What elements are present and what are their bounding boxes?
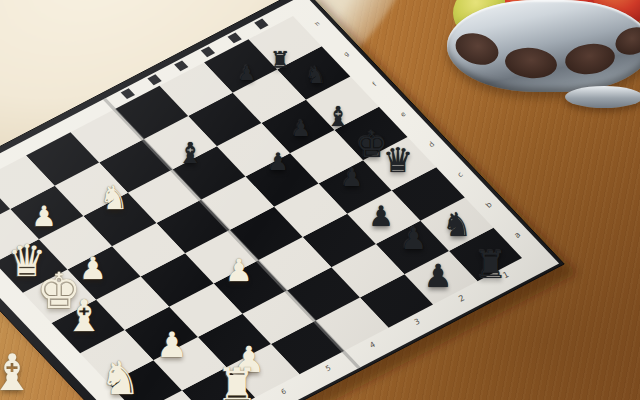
piece-white-rook-a7[interactable]: ♜ bbox=[215, 361, 258, 400]
bowl-cutout bbox=[504, 45, 559, 80]
piece-black-knight-g1[interactable]: ♞ bbox=[306, 64, 327, 87]
bowl-cutout bbox=[451, 28, 502, 70]
piece-black-rook-a1[interactable]: ♜ bbox=[474, 246, 508, 284]
piece-white-pawn-d5[interactable]: ♟ bbox=[225, 255, 253, 286]
piece-black-pawn-e3[interactable]: ♟ bbox=[267, 150, 289, 174]
chrome-bowl-body bbox=[447, 0, 640, 92]
piece-white-bishop-offboard[interactable]: ♝ bbox=[0, 348, 34, 398]
piece-black-pawn-b2[interactable]: ♟ bbox=[401, 224, 428, 254]
piece-white-pawn-g7[interactable]: ♟ bbox=[31, 203, 56, 231]
piece-white-pawn-c7[interactable]: ♟ bbox=[156, 328, 187, 363]
piece-black-rook-h1[interactable]: ♜ bbox=[270, 49, 291, 72]
piece-white-knight-g6[interactable]: ♞ bbox=[99, 181, 129, 214]
piece-black-pawn-d2[interactable]: ♟ bbox=[341, 165, 363, 190]
piece-black-pawn-h2[interactable]: ♟ bbox=[238, 63, 256, 83]
chrome-bowl-foot bbox=[565, 86, 640, 108]
piece-black-pawn-a2[interactable]: ♟ bbox=[424, 260, 453, 292]
piece-white-bishop-d8[interactable]: ♝ bbox=[64, 294, 103, 338]
piece-black-pawn-c2[interactable]: ♟ bbox=[368, 203, 393, 231]
bowl-cutout bbox=[563, 41, 617, 78]
photo-scene: 12345678abcdefgh ♟♜♞♝♟♚♛♟♟♝♟♟♞♟♜♞♟♛♚♟♝♟♟… bbox=[0, 0, 640, 400]
piece-black-knight-b1[interactable]: ♞ bbox=[442, 208, 472, 241]
bowl-cutout bbox=[612, 23, 640, 60]
piece-black-bishop-f1[interactable]: ♝ bbox=[326, 103, 350, 130]
piece-black-bishop-g4[interactable]: ♝ bbox=[177, 139, 203, 168]
piece-black-queen-d1[interactable]: ♛ bbox=[383, 143, 413, 177]
fruit-bowl bbox=[447, 0, 640, 125]
piece-white-pawn-e7[interactable]: ♟ bbox=[79, 253, 107, 284]
piece-white-knight-c8[interactable]: ♞ bbox=[99, 355, 140, 400]
piece-black-pawn-f2[interactable]: ♟ bbox=[291, 118, 311, 140]
